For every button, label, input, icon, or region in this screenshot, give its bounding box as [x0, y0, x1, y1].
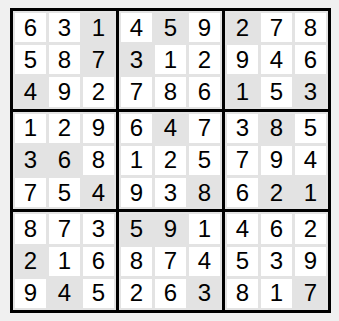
sudoku-cell-r5c6[interactable]: 5 — [189, 146, 220, 175]
sudoku-cell-r8c8[interactable]: 3 — [261, 247, 292, 276]
sudoku-cell-r5c5[interactable]: 2 — [155, 146, 186, 175]
sudoku-cell-r9c2[interactable]: 4 — [49, 279, 80, 308]
sudoku-box-r2c1: 129368754 — [13, 112, 116, 210]
sudoku-cell-r2c2[interactable]: 8 — [49, 45, 80, 74]
sudoku-cell-r4c8[interactable]: 8 — [261, 114, 292, 143]
sudoku-cell-r8c9[interactable]: 9 — [295, 247, 326, 276]
sudoku-cell-r7c7[interactable]: 4 — [227, 214, 258, 243]
sudoku-cell-r1c3[interactable]: 1 — [83, 13, 114, 42]
sudoku-cell-r6c2[interactable]: 5 — [49, 178, 80, 207]
sudoku-cell-r6c1[interactable]: 7 — [15, 178, 46, 207]
sudoku-cell-r9c1[interactable]: 9 — [15, 279, 46, 308]
sudoku-box-r1c1: 631587492 — [13, 11, 116, 109]
sudoku-cell-r4c5[interactable]: 4 — [155, 114, 186, 143]
sudoku-cell-r4c3[interactable]: 9 — [83, 114, 114, 143]
sudoku-cell-r8c1[interactable]: 2 — [15, 247, 46, 276]
sudoku-cell-r2c6[interactable]: 2 — [189, 45, 220, 74]
sudoku-box-r3c3: 462539817 — [225, 212, 328, 310]
sudoku-cell-r5c4[interactable]: 1 — [121, 146, 152, 175]
sudoku-cell-r4c6[interactable]: 7 — [189, 114, 220, 143]
sudoku-cell-r7c4[interactable]: 5 — [121, 214, 152, 243]
sudoku-cell-r7c9[interactable]: 2 — [295, 214, 326, 243]
sudoku-cell-r6c7[interactable]: 6 — [227, 178, 258, 207]
sudoku-cell-r9c9[interactable]: 7 — [295, 279, 326, 308]
sudoku-cell-r7c6[interactable]: 1 — [189, 214, 220, 243]
sudoku-cell-r1c8[interactable]: 7 — [261, 13, 292, 42]
sudoku-cell-r2c8[interactable]: 4 — [261, 45, 292, 74]
sudoku-cell-r9c5[interactable]: 6 — [155, 279, 186, 308]
sudoku-cell-r3c1[interactable]: 4 — [15, 77, 46, 106]
sudoku-cell-r7c1[interactable]: 8 — [15, 214, 46, 243]
sudoku-cell-r3c2[interactable]: 9 — [49, 77, 80, 106]
sudoku-cell-r6c8[interactable]: 2 — [261, 178, 292, 207]
sudoku-box-r2c3: 385794621 — [225, 112, 328, 210]
sudoku-cell-r2c5[interactable]: 1 — [155, 45, 186, 74]
sudoku-cell-r6c3[interactable]: 4 — [83, 178, 114, 207]
sudoku-cell-r4c4[interactable]: 6 — [121, 114, 152, 143]
sudoku-cell-r3c3[interactable]: 2 — [83, 77, 114, 106]
sudoku-cell-r7c5[interactable]: 9 — [155, 214, 186, 243]
sudoku-cell-r9c8[interactable]: 1 — [261, 279, 292, 308]
sudoku-cell-r8c4[interactable]: 8 — [121, 247, 152, 276]
sudoku-cell-r8c7[interactable]: 5 — [227, 247, 258, 276]
sudoku-cell-r8c2[interactable]: 1 — [49, 247, 80, 276]
sudoku-cell-r4c2[interactable]: 2 — [49, 114, 80, 143]
sudoku-box-r1c3: 278946153 — [225, 11, 328, 109]
sudoku-cell-r5c3[interactable]: 8 — [83, 146, 114, 175]
sudoku-cell-r2c3[interactable]: 7 — [83, 45, 114, 74]
sudoku-cell-r1c7[interactable]: 2 — [227, 13, 258, 42]
sudoku-cell-r5c8[interactable]: 9 — [261, 146, 292, 175]
sudoku-cell-r1c6[interactable]: 9 — [189, 13, 220, 42]
sudoku-cell-r7c3[interactable]: 3 — [83, 214, 114, 243]
sudoku-cell-r3c5[interactable]: 8 — [155, 77, 186, 106]
sudoku-cell-r6c6[interactable]: 8 — [189, 178, 220, 207]
sudoku-cell-r6c4[interactable]: 9 — [121, 178, 152, 207]
sudoku-cell-r3c8[interactable]: 5 — [261, 77, 292, 106]
sudoku-cell-r3c4[interactable]: 7 — [121, 77, 152, 106]
sudoku-cell-r7c2[interactable]: 7 — [49, 214, 80, 243]
sudoku-cell-r3c9[interactable]: 3 — [295, 77, 326, 106]
sudoku-cell-r8c6[interactable]: 4 — [189, 247, 220, 276]
sudoku-cell-r9c4[interactable]: 2 — [121, 279, 152, 308]
sudoku-board: 6315874924593127862789461531293687546471… — [10, 8, 331, 313]
sudoku-cell-r9c3[interactable]: 5 — [83, 279, 114, 308]
sudoku-box-r1c2: 459312786 — [119, 11, 222, 109]
sudoku-cell-r1c5[interactable]: 5 — [155, 13, 186, 42]
sudoku-cell-r3c7[interactable]: 1 — [227, 77, 258, 106]
sudoku-cell-r4c1[interactable]: 1 — [15, 114, 46, 143]
sudoku-cell-r2c7[interactable]: 9 — [227, 45, 258, 74]
sudoku-box-r2c2: 647125938 — [119, 112, 222, 210]
sudoku-cell-r5c9[interactable]: 4 — [295, 146, 326, 175]
sudoku-cell-r8c5[interactable]: 7 — [155, 247, 186, 276]
sudoku-cell-r1c4[interactable]: 4 — [121, 13, 152, 42]
sudoku-cell-r5c1[interactable]: 3 — [15, 146, 46, 175]
sudoku-cell-r9c7[interactable]: 8 — [227, 279, 258, 308]
sudoku-cell-r2c4[interactable]: 3 — [121, 45, 152, 74]
sudoku-cell-r1c2[interactable]: 3 — [49, 13, 80, 42]
sudoku-cell-r2c9[interactable]: 6 — [295, 45, 326, 74]
sudoku-box-r3c2: 591874263 — [119, 212, 222, 310]
sudoku-cell-r6c9[interactable]: 1 — [295, 178, 326, 207]
sudoku-cell-r2c1[interactable]: 5 — [15, 45, 46, 74]
sudoku-cell-r1c9[interactable]: 8 — [295, 13, 326, 42]
sudoku-cell-r5c7[interactable]: 7 — [227, 146, 258, 175]
sudoku-cell-r6c5[interactable]: 3 — [155, 178, 186, 207]
sudoku-cell-r4c9[interactable]: 5 — [295, 114, 326, 143]
sudoku-cell-r5c2[interactable]: 6 — [49, 146, 80, 175]
sudoku-cell-r1c1[interactable]: 6 — [15, 13, 46, 42]
sudoku-cell-r3c6[interactable]: 6 — [189, 77, 220, 106]
sudoku-cell-r7c8[interactable]: 6 — [261, 214, 292, 243]
sudoku-cell-r8c3[interactable]: 6 — [83, 247, 114, 276]
sudoku-cell-r9c6[interactable]: 3 — [189, 279, 220, 308]
sudoku-box-r3c1: 873216945 — [13, 212, 116, 310]
sudoku-cell-r4c7[interactable]: 3 — [227, 114, 258, 143]
